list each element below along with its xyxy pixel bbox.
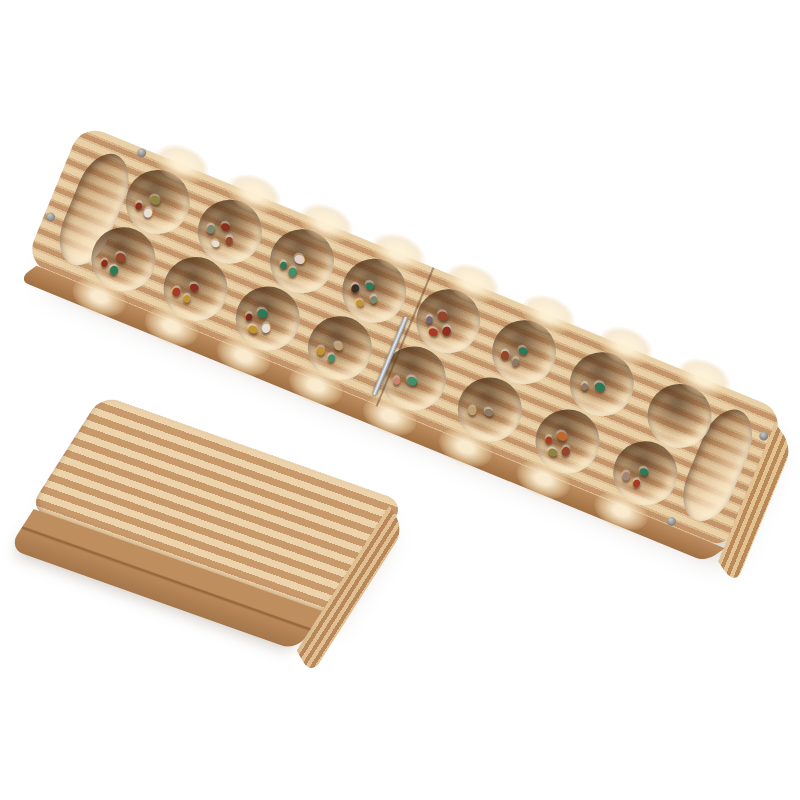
product-photo-stage: ●●●●●●●●●●●●●●●●●●●●●●●●●●●●●●●●●●●●●●●●…: [0, 0, 800, 800]
gemstone-gray-brown: ●: [480, 401, 498, 421]
magnet-dot-icon: [136, 147, 148, 159]
gemstone-green: ●: [402, 368, 423, 392]
gemstone-teal-green: ●: [590, 374, 611, 398]
gemstone-tan: ●: [464, 399, 482, 422]
magnet-dot-icon: [45, 211, 57, 223]
mancala-board-closed: [0, 395, 405, 667]
